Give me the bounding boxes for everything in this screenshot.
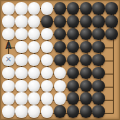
white-stone (2, 15, 14, 27)
white-stone (15, 54, 27, 66)
black-stone (67, 28, 79, 40)
board-point[interactable] (2, 66, 15, 79)
white-stone (41, 105, 53, 117)
board-point[interactable] (41, 28, 54, 41)
black-stone (80, 54, 92, 66)
board-point[interactable] (28, 15, 41, 28)
white-stone (2, 105, 14, 117)
black-stone (80, 2, 92, 14)
board-point[interactable] (15, 66, 28, 79)
black-stone (80, 15, 92, 27)
board-point[interactable] (92, 15, 105, 28)
black-stone (54, 28, 66, 40)
board-point[interactable] (41, 54, 54, 67)
black-stone (92, 28, 104, 40)
board-point[interactable] (79, 41, 92, 54)
white-stone (28, 92, 40, 104)
black-stone (67, 105, 79, 117)
board-point[interactable] (79, 2, 92, 15)
board-point[interactable] (54, 28, 67, 41)
go-board: A✕ (0, 0, 120, 120)
white-stone (28, 15, 40, 27)
white-stone (41, 54, 53, 66)
black-stone (105, 28, 117, 40)
white-stone (15, 67, 27, 79)
black-stone (105, 2, 117, 14)
board-point[interactable] (28, 66, 41, 79)
board-point[interactable] (105, 105, 118, 118)
white-stone (28, 28, 40, 40)
board-point[interactable] (105, 66, 118, 79)
black-stone (80, 105, 92, 117)
white-stone (41, 67, 53, 79)
board-point[interactable] (54, 54, 67, 67)
white-stone (41, 2, 53, 14)
white-stone (2, 28, 14, 40)
white-stone (15, 28, 27, 40)
board-point[interactable] (28, 92, 41, 105)
black-stone (67, 54, 79, 66)
white-stone (2, 67, 14, 79)
white-stone (54, 92, 66, 104)
black-stone (80, 67, 92, 79)
black-stone (92, 41, 104, 53)
board-point[interactable] (54, 105, 67, 118)
board-point[interactable] (54, 41, 67, 54)
board-point[interactable] (79, 92, 92, 105)
board-point[interactable] (79, 54, 92, 67)
black-stone (54, 15, 66, 27)
board-point[interactable] (92, 2, 105, 15)
board-point[interactable] (41, 15, 54, 28)
board-point[interactable] (105, 54, 118, 67)
black-stone (41, 15, 53, 27)
board-point[interactable] (92, 28, 105, 41)
board-point[interactable] (105, 15, 118, 28)
board-point[interactable] (92, 66, 105, 79)
board-point[interactable] (15, 79, 28, 92)
board-point[interactable] (66, 66, 79, 79)
board-point[interactable] (66, 2, 79, 15)
board-point[interactable] (92, 92, 105, 105)
board-point[interactable] (15, 92, 28, 105)
white-stone: ✕ (2, 54, 14, 66)
board-point[interactable] (92, 54, 105, 67)
board-point[interactable] (41, 79, 54, 92)
board-point[interactable] (2, 105, 15, 118)
black-stone (92, 2, 104, 14)
black-stone (92, 92, 104, 104)
black-stone (67, 15, 79, 27)
board-point[interactable] (54, 15, 67, 28)
white-stone (28, 67, 40, 79)
board-point[interactable] (28, 2, 41, 15)
board-point[interactable] (92, 79, 105, 92)
black-stone (80, 80, 92, 92)
board-point[interactable] (66, 41, 79, 54)
board-point[interactable] (66, 79, 79, 92)
white-stone (2, 92, 14, 104)
white-stone (41, 92, 53, 104)
white-stone (2, 2, 14, 14)
board-point[interactable] (15, 105, 28, 118)
black-stone (67, 92, 79, 104)
white-stone (41, 80, 53, 92)
board-point[interactable] (15, 28, 28, 41)
board-point[interactable] (2, 92, 15, 105)
black-stone (92, 105, 104, 117)
board-point[interactable] (79, 79, 92, 92)
board-point[interactable] (66, 105, 79, 118)
white-stone (28, 2, 40, 14)
board-point[interactable] (2, 2, 15, 15)
board-point[interactable] (66, 54, 79, 67)
white-stone (15, 15, 27, 27)
board-point[interactable] (28, 54, 41, 67)
board-point[interactable] (79, 15, 92, 28)
white-stone (15, 92, 27, 104)
board-point[interactable] (92, 41, 105, 54)
black-stone (80, 92, 92, 104)
black-stone (105, 15, 117, 27)
black-stone (67, 2, 79, 14)
white-stone (15, 2, 27, 14)
black-stone (80, 41, 92, 53)
black-stone (67, 80, 79, 92)
board-points: A✕ (2, 2, 118, 118)
board-point[interactable] (28, 79, 41, 92)
board-point[interactable]: A (2, 41, 15, 54)
white-stone (41, 28, 53, 40)
board-point[interactable] (15, 54, 28, 67)
board-point[interactable] (15, 41, 28, 54)
black-stone (67, 41, 79, 53)
board-point[interactable]: ✕ (2, 54, 15, 67)
board-point[interactable] (2, 28, 15, 41)
board-point[interactable] (41, 92, 54, 105)
board-point[interactable] (79, 28, 92, 41)
board-point[interactable] (28, 28, 41, 41)
board-point[interactable] (41, 2, 54, 15)
black-stone (54, 54, 66, 66)
board-point[interactable] (105, 2, 118, 15)
black-stone (67, 67, 79, 79)
white-stone (15, 41, 27, 53)
board-point[interactable] (28, 41, 41, 54)
white-stone (28, 105, 40, 117)
board-point[interactable] (66, 15, 79, 28)
white-stone (15, 105, 27, 117)
board-point[interactable] (66, 28, 79, 41)
board-point[interactable] (105, 28, 118, 41)
black-stone (54, 2, 66, 14)
white-stone (28, 41, 40, 53)
x-mark-icon: ✕ (2, 54, 14, 66)
board-point[interactable] (28, 105, 41, 118)
board-point[interactable] (79, 105, 92, 118)
white-stone (28, 54, 40, 66)
black-stone (80, 28, 92, 40)
point-label-a: A (5, 43, 11, 51)
board-point[interactable] (92, 105, 105, 118)
board-point[interactable] (15, 15, 28, 28)
board-point[interactable] (41, 41, 54, 54)
white-stone (54, 80, 66, 92)
board-point[interactable] (66, 92, 79, 105)
board-point[interactable] (41, 105, 54, 118)
board-point[interactable] (105, 79, 118, 92)
white-stone (15, 80, 27, 92)
board-point[interactable] (105, 41, 118, 54)
black-stone (92, 15, 104, 27)
black-stone (92, 54, 104, 66)
black-stone (92, 67, 104, 79)
white-stone (54, 67, 66, 79)
white-stone (41, 41, 53, 53)
board-point[interactable] (79, 66, 92, 79)
board-point[interactable] (15, 2, 28, 15)
black-stone (54, 105, 66, 117)
board-point[interactable] (54, 66, 67, 79)
board-point[interactable] (54, 79, 67, 92)
black-stone (54, 41, 66, 53)
board-point[interactable] (2, 15, 15, 28)
board-point[interactable] (41, 66, 54, 79)
white-stone (2, 80, 14, 92)
black-stone (92, 80, 104, 92)
board-point[interactable] (54, 2, 67, 15)
white-stone (28, 80, 40, 92)
board-point[interactable] (54, 92, 67, 105)
board-point[interactable] (2, 79, 15, 92)
board-point[interactable] (105, 92, 118, 105)
